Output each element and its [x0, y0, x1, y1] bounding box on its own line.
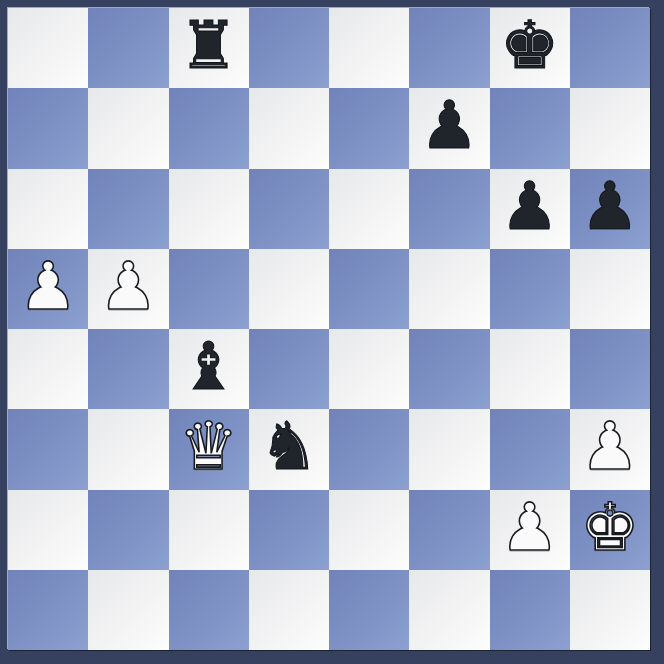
- square-c4[interactable]: ♝: [169, 329, 249, 409]
- square-b1[interactable]: [88, 570, 168, 650]
- square-d8[interactable]: [249, 8, 329, 88]
- square-h6[interactable]: ♟: [570, 169, 650, 249]
- piece-white-pawn[interactable]: ♟: [580, 414, 639, 480]
- square-g7[interactable]: [490, 88, 570, 168]
- square-e5[interactable]: [329, 249, 409, 329]
- square-h8[interactable]: [570, 8, 650, 88]
- square-h5[interactable]: [570, 249, 650, 329]
- square-d6[interactable]: [249, 169, 329, 249]
- square-f7[interactable]: ♟: [409, 88, 489, 168]
- square-d5[interactable]: [249, 249, 329, 329]
- square-f5[interactable]: [409, 249, 489, 329]
- square-b7[interactable]: [88, 88, 168, 168]
- square-h4[interactable]: [570, 329, 650, 409]
- square-e3[interactable]: [329, 409, 409, 489]
- piece-white-pawn[interactable]: ♟: [19, 254, 78, 320]
- square-g6[interactable]: ♟: [490, 169, 570, 249]
- square-d1[interactable]: [249, 570, 329, 650]
- square-b4[interactable]: [88, 329, 168, 409]
- square-e6[interactable]: [329, 169, 409, 249]
- piece-white-pawn[interactable]: ♟: [99, 254, 158, 320]
- square-f4[interactable]: [409, 329, 489, 409]
- square-c6[interactable]: [169, 169, 249, 249]
- piece-white-king[interactable]: ♚: [580, 495, 639, 561]
- square-g3[interactable]: [490, 409, 570, 489]
- piece-black-pawn[interactable]: ♟: [580, 174, 639, 240]
- square-a8[interactable]: [8, 8, 88, 88]
- piece-black-pawn[interactable]: ♟: [500, 174, 559, 240]
- piece-white-queen[interactable]: ♛: [179, 414, 238, 480]
- square-c1[interactable]: [169, 570, 249, 650]
- square-d4[interactable]: [249, 329, 329, 409]
- square-d2[interactable]: [249, 490, 329, 570]
- square-c3[interactable]: ♛: [169, 409, 249, 489]
- square-a5[interactable]: ♟: [8, 249, 88, 329]
- piece-black-king[interactable]: ♚: [500, 13, 559, 79]
- square-a1[interactable]: [8, 570, 88, 650]
- piece-black-pawn[interactable]: ♟: [420, 93, 479, 159]
- square-a3[interactable]: [8, 409, 88, 489]
- square-a2[interactable]: [8, 490, 88, 570]
- piece-black-rook[interactable]: ♜: [179, 13, 238, 79]
- square-f6[interactable]: [409, 169, 489, 249]
- square-b8[interactable]: [88, 8, 168, 88]
- piece-white-pawn[interactable]: ♟: [500, 495, 559, 561]
- square-b2[interactable]: [88, 490, 168, 570]
- square-f1[interactable]: [409, 570, 489, 650]
- square-g8[interactable]: ♚: [490, 8, 570, 88]
- square-c2[interactable]: [169, 490, 249, 570]
- piece-black-knight[interactable]: ♞: [259, 414, 318, 480]
- square-b5[interactable]: ♟: [88, 249, 168, 329]
- square-b6[interactable]: [88, 169, 168, 249]
- square-f8[interactable]: [409, 8, 489, 88]
- square-b3[interactable]: [88, 409, 168, 489]
- square-e8[interactable]: [329, 8, 409, 88]
- square-g5[interactable]: [490, 249, 570, 329]
- square-a7[interactable]: [8, 88, 88, 168]
- square-c8[interactable]: ♜: [169, 8, 249, 88]
- square-e7[interactable]: [329, 88, 409, 168]
- square-f2[interactable]: [409, 490, 489, 570]
- square-c7[interactable]: [169, 88, 249, 168]
- square-d3[interactable]: ♞: [249, 409, 329, 489]
- square-d7[interactable]: [249, 88, 329, 168]
- square-f3[interactable]: [409, 409, 489, 489]
- piece-black-bishop[interactable]: ♝: [179, 334, 238, 400]
- chess-board-frame: ♜♚♟♟♟♟♟♝♛♞♟♟♚: [0, 0, 664, 664]
- chess-board[interactable]: ♜♚♟♟♟♟♟♝♛♞♟♟♚: [8, 8, 650, 650]
- square-h2[interactable]: ♚: [570, 490, 650, 570]
- square-a6[interactable]: [8, 169, 88, 249]
- square-c5[interactable]: [169, 249, 249, 329]
- square-g1[interactable]: [490, 570, 570, 650]
- square-g4[interactable]: [490, 329, 570, 409]
- square-a4[interactable]: [8, 329, 88, 409]
- square-h3[interactable]: ♟: [570, 409, 650, 489]
- square-g2[interactable]: ♟: [490, 490, 570, 570]
- square-e1[interactable]: [329, 570, 409, 650]
- square-e4[interactable]: [329, 329, 409, 409]
- square-h1[interactable]: [570, 570, 650, 650]
- square-e2[interactable]: [329, 490, 409, 570]
- square-h7[interactable]: [570, 88, 650, 168]
